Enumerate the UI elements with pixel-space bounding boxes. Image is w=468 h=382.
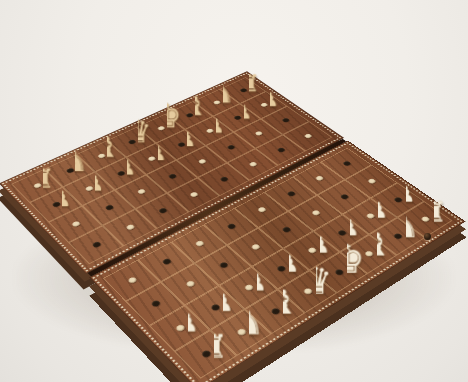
- ivory-dot-inlay: [194, 240, 204, 247]
- ebony-dot-inlay: [286, 190, 296, 196]
- ivory-dot-inlay: [314, 175, 324, 181]
- scene: ♜♞♝♛♚♝♞♜♟♟♟♟♟♟♟♟ ♟♟♟♟♟♟♟♟♜♞♝♛♚♝♞♜: [0, 0, 468, 382]
- ebony-dot-inlay: [281, 226, 291, 233]
- ivory-dot-inlay: [254, 131, 263, 136]
- ebony-dot-inlay: [226, 223, 236, 230]
- ivory-dot-inlay: [126, 276, 137, 284]
- ivory-dot-inlay: [125, 224, 135, 231]
- ivory-dot-inlay: [366, 178, 376, 184]
- ebony-dot-inlay: [226, 144, 235, 150]
- ebony-dot-inlay: [167, 173, 176, 179]
- clasp-hole: [424, 233, 431, 240]
- ebony-dot-inlay: [150, 299, 161, 307]
- ivory-dot-inlay: [197, 158, 206, 164]
- ebony-dot-inlay: [91, 241, 101, 248]
- ivory-dot-inlay: [250, 243, 260, 250]
- ebony-dot-inlay: [281, 117, 290, 122]
- chess-board: ♜♞♝♛♚♝♞♜♟♟♟♟♟♟♟♟ ♟♟♟♟♟♟♟♟♜♞♝♛♚♝♞♜: [0, 71, 465, 382]
- ebony-dot-inlay: [219, 176, 229, 182]
- ivory-dot-inlay: [256, 206, 266, 213]
- photo-stage: ♜♞♝♛♚♝♞♜♟♟♟♟♟♟♟♟ ♟♟♟♟♟♟♟♟♜♞♝♛♚♝♞♜: [0, 0, 468, 382]
- ebony-dot-inlay: [339, 193, 349, 199]
- ivory-dot-inlay: [248, 161, 257, 167]
- ivory-dot-inlay: [136, 188, 146, 194]
- ebony-dot-inlay: [276, 147, 285, 153]
- ivory-dot-inlay: [310, 209, 320, 216]
- ivory-dot-inlay: [189, 191, 199, 197]
- ebony-dot-inlay: [161, 258, 171, 265]
- ebony-dot-inlay: [218, 261, 229, 268]
- ebony-dot-inlay: [341, 160, 350, 166]
- ebony-dot-inlay: [104, 204, 114, 211]
- ivory-dot-inlay: [184, 280, 195, 288]
- ivory-dot-inlay: [303, 133, 312, 138]
- ebony-dot-inlay: [157, 207, 167, 214]
- ivory-dot-inlay: [70, 221, 80, 228]
- square-f3[interactable]: [288, 195, 342, 231]
